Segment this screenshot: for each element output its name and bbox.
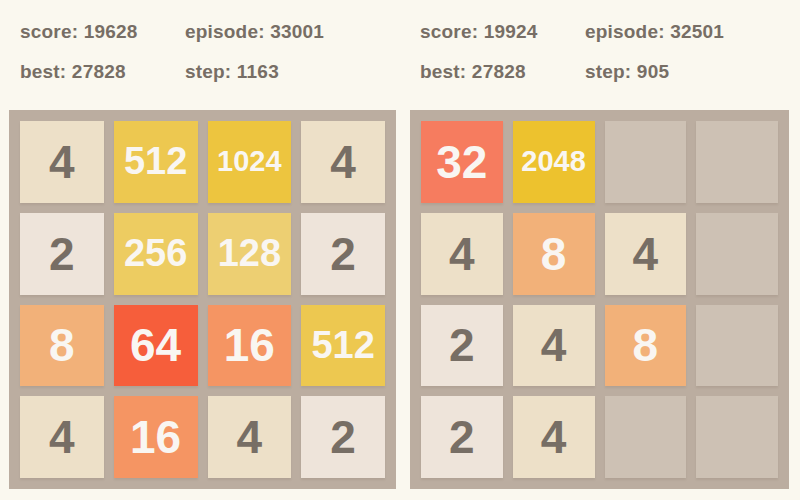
- tile-32: 32: [421, 121, 503, 203]
- tile-16: 16: [208, 305, 292, 387]
- episode-text: episode: 32501: [585, 21, 724, 61]
- tile-16: 16: [114, 396, 198, 478]
- tile-8: 8: [20, 305, 104, 387]
- tile-4: 4: [605, 213, 687, 295]
- tile-8: 8: [605, 305, 687, 387]
- tile-4: 4: [20, 396, 104, 478]
- board-right: 32204848424824: [410, 110, 789, 489]
- score-text: score: 19924: [420, 21, 585, 61]
- tile-256: 256: [114, 213, 198, 295]
- app-canvas: score: 19628 episode: 33001 best: 27828 …: [0, 0, 800, 500]
- tile-128: 128: [208, 213, 292, 295]
- step-text: step: 1163: [185, 61, 324, 101]
- tile-4: 4: [301, 121, 385, 203]
- stats-panel-right: score: 19924 episode: 32501 best: 27828 …: [420, 21, 724, 101]
- best-text: best: 27828: [20, 61, 185, 101]
- tile-2: 2: [421, 396, 503, 478]
- tile-2: 2: [20, 213, 104, 295]
- tile-2048: 2048: [513, 121, 595, 203]
- tile-2: 2: [301, 396, 385, 478]
- tile-1024: 1024: [208, 121, 292, 203]
- stats-panel-left: score: 19628 episode: 33001 best: 27828 …: [20, 21, 324, 101]
- empty-cell: [605, 121, 687, 203]
- empty-cell: [696, 213, 778, 295]
- tile-8: 8: [513, 213, 595, 295]
- tile-4: 4: [513, 305, 595, 387]
- tile-4: 4: [208, 396, 292, 478]
- tile-4: 4: [513, 396, 595, 478]
- tile-2: 2: [301, 213, 385, 295]
- best-text: best: 27828: [420, 61, 585, 101]
- tile-512: 512: [301, 305, 385, 387]
- tile-4: 4: [20, 121, 104, 203]
- board-left: 451210244225612828641651241642: [9, 110, 396, 489]
- tile-4: 4: [421, 213, 503, 295]
- tile-2: 2: [421, 305, 503, 387]
- empty-cell: [696, 305, 778, 387]
- empty-cell: [696, 121, 778, 203]
- tile-64: 64: [114, 305, 198, 387]
- empty-cell: [696, 396, 778, 478]
- tile-512: 512: [114, 121, 198, 203]
- step-text: step: 905: [585, 61, 724, 101]
- episode-text: episode: 33001: [185, 21, 324, 61]
- score-text: score: 19628: [20, 21, 185, 61]
- empty-cell: [605, 396, 687, 478]
